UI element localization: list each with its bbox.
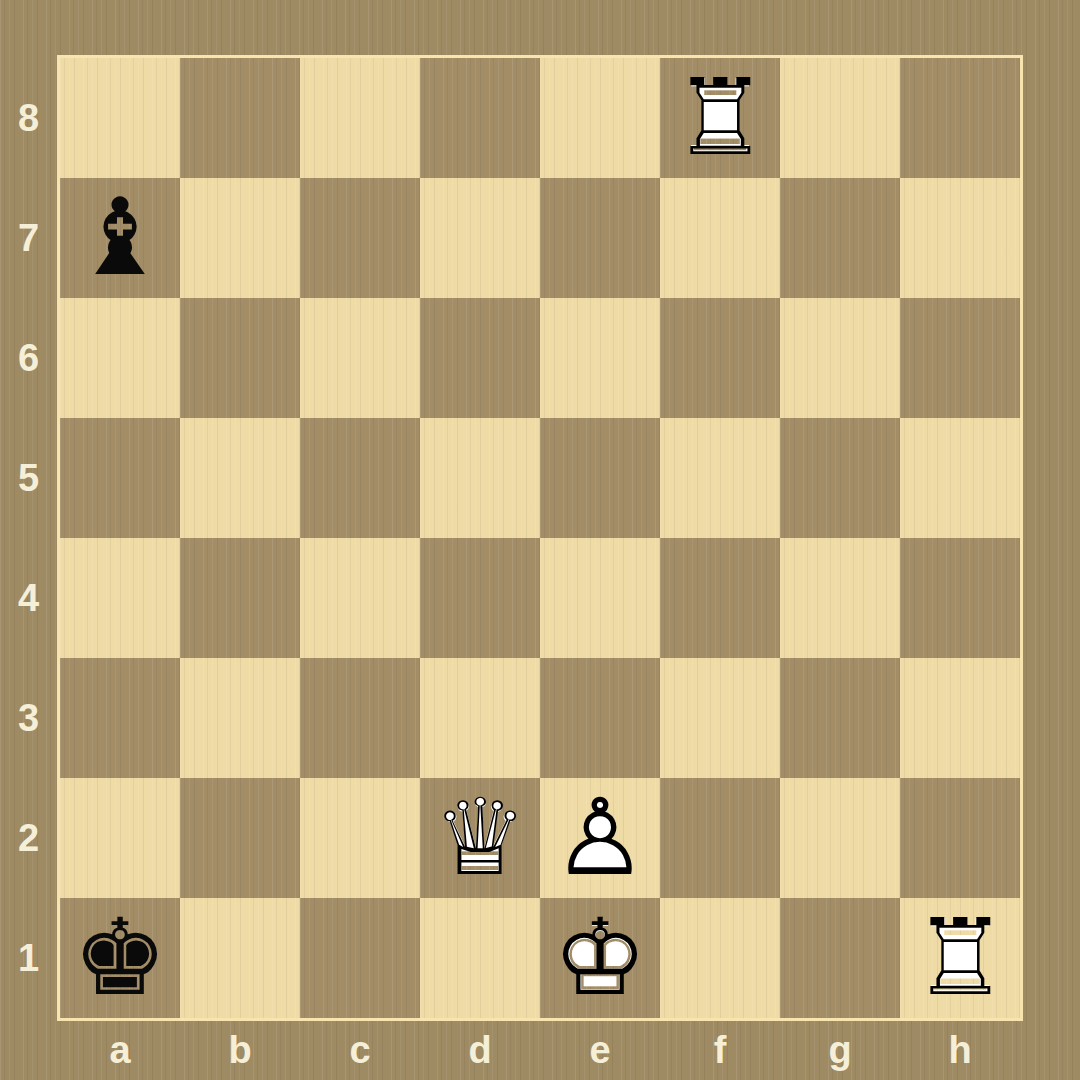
square-c3[interactable] bbox=[300, 658, 420, 778]
square-f5[interactable] bbox=[660, 418, 780, 538]
square-a4[interactable] bbox=[60, 538, 180, 658]
square-d7[interactable] bbox=[420, 178, 540, 298]
piece-glyph: ♕ bbox=[420, 778, 540, 898]
piece-black-bishop[interactable]: ♝ bbox=[60, 178, 180, 298]
square-e6[interactable] bbox=[540, 298, 660, 418]
square-g5[interactable] bbox=[780, 418, 900, 538]
square-f4[interactable] bbox=[660, 538, 780, 658]
square-b3[interactable] bbox=[180, 658, 300, 778]
file-label-a: a bbox=[60, 1020, 180, 1080]
square-b4[interactable] bbox=[180, 538, 300, 658]
square-g2[interactable] bbox=[780, 778, 900, 898]
piece-white-king[interactable]: ♚♔ bbox=[540, 898, 660, 1018]
file-label-f: f bbox=[660, 1020, 780, 1080]
rank-label-5: 5 bbox=[0, 418, 57, 538]
square-g1[interactable] bbox=[780, 898, 900, 1018]
square-h6[interactable] bbox=[900, 298, 1020, 418]
square-a1[interactable]: ♚ bbox=[60, 898, 180, 1018]
square-b2[interactable] bbox=[180, 778, 300, 898]
square-f2[interactable] bbox=[660, 778, 780, 898]
square-c7[interactable] bbox=[300, 178, 420, 298]
square-h1[interactable]: ♜♖ bbox=[900, 898, 1020, 1018]
square-c1[interactable] bbox=[300, 898, 420, 1018]
square-b5[interactable] bbox=[180, 418, 300, 538]
square-h3[interactable] bbox=[900, 658, 1020, 778]
file-label-d: d bbox=[420, 1020, 540, 1080]
square-a2[interactable] bbox=[60, 778, 180, 898]
file-label-e: e bbox=[540, 1020, 660, 1080]
square-e7[interactable] bbox=[540, 178, 660, 298]
square-g4[interactable] bbox=[780, 538, 900, 658]
piece-glyph: ♖ bbox=[660, 58, 780, 178]
square-h4[interactable] bbox=[900, 538, 1020, 658]
square-g6[interactable] bbox=[780, 298, 900, 418]
square-c8[interactable] bbox=[300, 58, 420, 178]
square-c5[interactable] bbox=[300, 418, 420, 538]
square-f6[interactable] bbox=[660, 298, 780, 418]
square-e5[interactable] bbox=[540, 418, 660, 538]
file-label-g: g bbox=[780, 1020, 900, 1080]
file-label-b: b bbox=[180, 1020, 300, 1080]
square-e2[interactable]: ♟♙ bbox=[540, 778, 660, 898]
rank-label-3: 3 bbox=[0, 658, 57, 778]
piece-white-rook[interactable]: ♜♖ bbox=[660, 58, 780, 178]
square-f8[interactable]: ♜♖ bbox=[660, 58, 780, 178]
piece-black-king[interactable]: ♚ bbox=[60, 898, 180, 1018]
file-labels: abcdefgh bbox=[60, 1020, 1020, 1080]
rank-labels: 87654321 bbox=[0, 58, 57, 1018]
square-c6[interactable] bbox=[300, 298, 420, 418]
square-b7[interactable] bbox=[180, 178, 300, 298]
square-h7[interactable] bbox=[900, 178, 1020, 298]
square-g3[interactable] bbox=[780, 658, 900, 778]
piece-glyph: ♚ bbox=[60, 898, 180, 1018]
file-label-h: h bbox=[900, 1020, 1020, 1080]
square-b8[interactable] bbox=[180, 58, 300, 178]
square-e8[interactable] bbox=[540, 58, 660, 178]
square-d4[interactable] bbox=[420, 538, 540, 658]
square-g8[interactable] bbox=[780, 58, 900, 178]
square-d8[interactable] bbox=[420, 58, 540, 178]
square-a5[interactable] bbox=[60, 418, 180, 538]
file-label-c: c bbox=[300, 1020, 420, 1080]
square-a8[interactable] bbox=[60, 58, 180, 178]
rank-label-6: 6 bbox=[0, 298, 57, 418]
piece-glyph: ♝ bbox=[60, 178, 180, 298]
square-e4[interactable] bbox=[540, 538, 660, 658]
square-c4[interactable] bbox=[300, 538, 420, 658]
square-c2[interactable] bbox=[300, 778, 420, 898]
square-h8[interactable] bbox=[900, 58, 1020, 178]
square-a3[interactable] bbox=[60, 658, 180, 778]
rank-label-8: 8 bbox=[0, 58, 57, 178]
square-h5[interactable] bbox=[900, 418, 1020, 538]
piece-glyph: ♔ bbox=[540, 898, 660, 1018]
square-f3[interactable] bbox=[660, 658, 780, 778]
square-b6[interactable] bbox=[180, 298, 300, 418]
square-f1[interactable] bbox=[660, 898, 780, 1018]
rank-label-4: 4 bbox=[0, 538, 57, 658]
square-d2[interactable]: ♛♕ bbox=[420, 778, 540, 898]
piece-white-rook[interactable]: ♜♖ bbox=[900, 898, 1020, 1018]
square-d1[interactable] bbox=[420, 898, 540, 1018]
chess-board: ♜♖♝♛♕♟♙♚♚♔♜♖ bbox=[57, 55, 1023, 1021]
square-f7[interactable] bbox=[660, 178, 780, 298]
rank-label-1: 1 bbox=[0, 898, 57, 1018]
piece-white-queen[interactable]: ♛♕ bbox=[420, 778, 540, 898]
square-d6[interactable] bbox=[420, 298, 540, 418]
rank-label-2: 2 bbox=[0, 778, 57, 898]
piece-white-pawn[interactable]: ♟♙ bbox=[540, 778, 660, 898]
square-a6[interactable] bbox=[60, 298, 180, 418]
square-e3[interactable] bbox=[540, 658, 660, 778]
square-g7[interactable] bbox=[780, 178, 900, 298]
square-e1[interactable]: ♚♔ bbox=[540, 898, 660, 1018]
square-a7[interactable]: ♝ bbox=[60, 178, 180, 298]
piece-glyph: ♙ bbox=[540, 778, 660, 898]
piece-glyph: ♖ bbox=[900, 898, 1020, 1018]
rank-label-7: 7 bbox=[0, 178, 57, 298]
square-h2[interactable] bbox=[900, 778, 1020, 898]
square-d3[interactable] bbox=[420, 658, 540, 778]
square-d5[interactable] bbox=[420, 418, 540, 538]
square-b1[interactable] bbox=[180, 898, 300, 1018]
